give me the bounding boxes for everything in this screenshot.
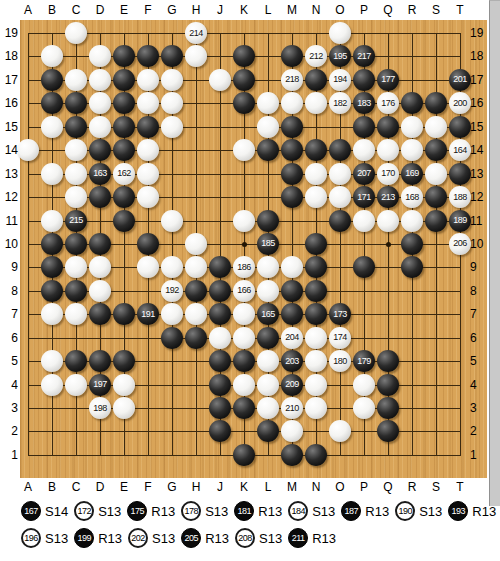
stone-white-B4 [41, 374, 63, 396]
coord-bottom-N-label: N [312, 480, 321, 494]
stone-black-M13 [281, 163, 303, 185]
stone-black-S12 [425, 186, 447, 208]
move-point-label: S13 [98, 504, 121, 519]
move-number-circle-193: 193 [448, 501, 468, 521]
coord-bottom-H-label: H [192, 480, 201, 494]
stone-white-H19: 214 [185, 22, 207, 44]
caption-move-211: 211R13 [288, 528, 336, 548]
coord-right-12-label: 12 [470, 190, 483, 204]
stone-black-R13: 169 [401, 163, 423, 185]
coord-right-15: 15 [470, 121, 486, 134]
coord-bottom-B: B [44, 481, 60, 494]
stone-black-N8 [305, 280, 327, 302]
caption-move-199: 199R13 [74, 528, 122, 548]
coord-right-9: 9 [470, 261, 486, 274]
coord-top-R: R [404, 4, 420, 17]
stone-black-M4: 209 [281, 374, 303, 396]
coord-left-11-label: 11 [6, 214, 18, 228]
coord-top-T: T [452, 4, 468, 17]
move-point-label: R13 [151, 504, 175, 519]
coord-bottom-O: O [332, 481, 348, 494]
coord-left-1-label: 1 [11, 448, 18, 462]
stone-black-C15 [65, 116, 87, 138]
coord-top-M-label: M [287, 3, 297, 17]
coord-top-M: M [284, 4, 300, 17]
stone-white-O5-label: 180 [333, 357, 347, 366]
coord-bottom-N: N [308, 481, 324, 494]
coord-top-B-label: B [48, 3, 56, 17]
stone-white-C17 [65, 69, 87, 91]
coord-top-A: A [20, 4, 36, 17]
stone-black-Q3 [377, 397, 399, 419]
stone-black-H8 [185, 280, 207, 302]
stone-black-D13: 163 [89, 163, 111, 185]
coord-bottom-S-label: S [432, 480, 440, 494]
coord-top-T-label: T [456, 3, 463, 17]
stone-black-D5 [89, 350, 111, 372]
move-number-circle-196: 196 [21, 528, 41, 548]
stone-white-D3-label: 198 [93, 404, 107, 413]
stone-white-C4 [65, 374, 87, 396]
coord-left-5: 5 [2, 355, 18, 368]
coord-right-8: 8 [470, 285, 486, 298]
coord-left-14-label: 14 [5, 143, 18, 157]
coord-top-F: F [140, 4, 156, 17]
stone-black-S11 [425, 210, 447, 232]
move-number-circle-187: 187 [341, 501, 361, 521]
coord-bottom-K: K [236, 481, 252, 494]
coord-left-4-label: 4 [11, 378, 18, 392]
stone-white-N13 [305, 163, 327, 185]
coord-left-18: 18 [2, 50, 18, 63]
coord-right-17-label: 17 [470, 73, 483, 87]
caption-move-196: 196S13 [21, 528, 68, 548]
stone-white-G8-label: 192 [165, 286, 179, 295]
coord-bottom-T-label: T [456, 480, 463, 494]
coord-bottom-L-label: L [265, 480, 272, 494]
coord-top-K: K [236, 4, 252, 17]
stone-black-L6 [257, 327, 279, 349]
caption-move-175: 175R13 [127, 501, 175, 521]
move-number-circle-211: 211 [288, 528, 308, 548]
stone-black-P17 [353, 69, 375, 91]
stone-black-F10 [137, 233, 159, 255]
coord-top-C-label: C [72, 3, 81, 17]
stone-white-D15 [89, 116, 111, 138]
stone-black-D4-label: 197 [93, 380, 107, 389]
stone-black-K17 [233, 69, 255, 91]
coord-bottom-A-label: A [24, 480, 32, 494]
coord-bottom-J-label: J [217, 480, 223, 494]
coord-top-P: P [356, 4, 372, 17]
stone-black-L10-label: 185 [261, 239, 275, 248]
coord-right-5-label: 5 [470, 354, 477, 368]
stone-white-L3 [257, 397, 279, 419]
coord-bottom-Q: Q [380, 481, 396, 494]
move-point-label: R13 [472, 504, 496, 519]
coord-right-19: 19 [470, 27, 486, 40]
move-number-circle-208: 208 [235, 528, 255, 548]
coord-bottom-A: A [20, 481, 36, 494]
stone-white-O6: 174 [329, 327, 351, 349]
stone-white-K9-label: 186 [237, 263, 251, 272]
stone-white-P3 [353, 397, 375, 419]
coord-right-11: 11 [470, 215, 486, 228]
stone-white-M17: 218 [281, 69, 303, 91]
stone-white-T14-label: 164 [453, 146, 467, 155]
stone-white-H10 [185, 233, 207, 255]
stone-white-F13 [137, 163, 159, 185]
caption-move-190: 190S13 [395, 501, 442, 521]
caption-move-208: 208S13 [235, 528, 282, 548]
coord-left-13-label: 13 [5, 167, 18, 181]
coord-left-8-label: 8 [11, 284, 18, 298]
stone-black-T11-label: 189 [453, 216, 467, 225]
stone-white-K4 [233, 374, 255, 396]
stone-white-M6-label: 204 [285, 333, 299, 342]
coord-top-G: G [164, 4, 180, 17]
caption-move-193: 193R13 [448, 501, 496, 521]
stone-black-Q12-label: 213 [381, 193, 395, 202]
stone-black-B17 [41, 69, 63, 91]
coord-left-2: 2 [2, 425, 18, 438]
coord-bottom-D-label: D [96, 480, 105, 494]
stone-white-K8: 166 [233, 280, 255, 302]
stone-black-Q12: 213 [377, 186, 399, 208]
stone-black-M5: 203 [281, 350, 303, 372]
coord-left-16-label: 16 [5, 96, 18, 110]
stone-white-L5 [257, 350, 279, 372]
coord-bottom-T: T [452, 481, 468, 494]
stone-white-Q13: 170 [377, 163, 399, 185]
stone-white-B15 [41, 116, 63, 138]
coord-bottom-F: F [140, 481, 156, 494]
stone-white-C12 [65, 186, 87, 208]
stone-white-Q11 [377, 210, 399, 232]
coord-top-G-label: G [167, 3, 176, 17]
coord-right-6-label: 6 [470, 331, 477, 345]
coord-bottom-Q-label: Q [383, 480, 392, 494]
stone-white-O6-label: 174 [333, 333, 347, 342]
star-point-Q10 [386, 242, 391, 247]
vertical-scrollbar[interactable] [489, 0, 500, 506]
stone-black-M4-label: 209 [285, 380, 299, 389]
coord-top-O-label: O [335, 3, 344, 17]
stone-white-N6 [305, 327, 327, 349]
stone-white-N12 [305, 186, 327, 208]
move-point-label: S13 [152, 531, 175, 546]
coord-right-7-label: 7 [470, 307, 477, 321]
coord-top-N: N [308, 4, 324, 17]
coord-left-9-label: 9 [11, 260, 18, 274]
stone-black-M5-label: 203 [285, 357, 299, 366]
coord-left-12-label: 12 [5, 190, 18, 204]
move-point-label: R13 [365, 504, 389, 519]
stone-black-O7-label: 173 [333, 310, 347, 319]
stone-black-J3 [209, 397, 231, 419]
stone-white-O12 [329, 186, 351, 208]
coord-bottom-M: M [284, 481, 300, 494]
coord-left-15-label: 15 [5, 120, 18, 134]
stone-black-T11: 189 [449, 210, 471, 232]
coord-right-5: 5 [470, 355, 486, 368]
stone-white-M3: 210 [281, 397, 303, 419]
stone-black-P13: 207 [353, 163, 375, 185]
coord-top-Q-label: Q [383, 3, 392, 17]
stone-black-K5 [233, 350, 255, 372]
coord-top-E-label: E [120, 3, 128, 17]
stone-black-E5 [113, 350, 135, 372]
coord-bottom-J: J [212, 481, 228, 494]
coord-left-17-label: 17 [5, 73, 18, 87]
stone-white-R15 [401, 116, 423, 138]
stone-black-K3 [233, 397, 255, 419]
stone-white-D3: 198 [89, 397, 111, 419]
stone-white-O13 [329, 163, 351, 185]
coord-right-13: 13 [470, 168, 486, 181]
stone-black-D10 [89, 233, 111, 255]
stone-black-T13 [449, 163, 471, 185]
coord-left-9: 9 [2, 261, 18, 274]
move-point-label: R13 [312, 531, 336, 546]
coord-top-Q: Q [380, 4, 396, 17]
coord-right-1-label: 1 [470, 448, 477, 462]
caption-move-187: 187R13 [341, 501, 389, 521]
stone-black-B8 [41, 280, 63, 302]
stone-white-Q13-label: 170 [381, 169, 395, 178]
coord-left-19: 19 [2, 27, 18, 40]
coord-right-2: 2 [470, 425, 486, 438]
coord-right-15-label: 15 [470, 120, 483, 134]
stone-white-M3-label: 210 [285, 404, 299, 413]
coord-right-16: 16 [470, 97, 486, 110]
move-number-circle-190: 190 [395, 501, 415, 521]
stone-black-R10 [401, 233, 423, 255]
coord-top-F-label: F [144, 3, 151, 17]
stone-black-D13-label: 163 [93, 169, 107, 178]
stone-black-P12-label: 171 [357, 193, 371, 202]
coord-right-14: 14 [470, 144, 486, 157]
stone-black-T17: 201 [449, 69, 471, 91]
stone-white-T12: 188 [449, 186, 471, 208]
coord-right-16-label: 16 [470, 96, 483, 110]
stone-white-G11 [161, 210, 183, 232]
caption-move-202: 202S13 [128, 528, 175, 548]
coord-left-4: 4 [2, 379, 18, 392]
coord-right-3-label: 3 [470, 401, 477, 415]
coord-left-3-label: 3 [11, 401, 18, 415]
stone-black-Q17: 177 [377, 69, 399, 91]
coord-right-3: 3 [470, 402, 486, 415]
stone-white-S13 [425, 163, 447, 185]
stone-black-Q4 [377, 374, 399, 396]
coord-right-6: 6 [470, 332, 486, 345]
caption-move-205: 205R13 [181, 528, 229, 548]
coord-top-K-label: K [240, 3, 248, 17]
coord-right-9-label: 9 [470, 260, 477, 274]
move-number-circle-199: 199 [74, 528, 94, 548]
coord-left-17: 17 [2, 74, 18, 87]
move-point-label: S13 [259, 531, 282, 546]
stone-white-Q16-label: 176 [381, 99, 395, 108]
stone-white-N3 [305, 397, 327, 419]
move-point-label: R13 [205, 531, 229, 546]
coord-bottom-K-label: K [240, 480, 248, 494]
stone-white-J6 [209, 327, 231, 349]
stone-white-K11 [233, 210, 255, 232]
coord-left-3: 3 [2, 402, 18, 415]
coord-bottom-L: L [260, 481, 276, 494]
stone-white-E13: 162 [113, 163, 135, 185]
coord-bottom-O-label: O [335, 480, 344, 494]
stone-white-M17-label: 218 [285, 75, 299, 84]
stone-white-N4 [305, 374, 327, 396]
coord-right-14-label: 14 [470, 143, 483, 157]
coord-top-L: L [260, 4, 276, 17]
move-number-circle-202: 202 [128, 528, 148, 548]
coord-top-D-label: D [96, 3, 105, 17]
coord-bottom-F-label: F [144, 480, 151, 494]
stone-black-P16-label: 183 [357, 99, 371, 108]
coord-right-13-label: 13 [470, 167, 483, 181]
stone-black-P5: 179 [353, 350, 375, 372]
coord-top-C: C [68, 4, 84, 17]
caption-line-2: 196S13199R13202S13205R13208S13211R13 [21, 528, 336, 548]
move-number-circle-205: 205 [181, 528, 201, 548]
stone-white-H19-label: 214 [189, 29, 203, 38]
stone-black-E12 [113, 186, 135, 208]
caption-move-167: 167S14 [21, 501, 68, 521]
coord-right-10-label: 10 [470, 237, 483, 251]
stone-white-E13-label: 162 [117, 169, 131, 178]
caption-move-181: 181R13 [234, 501, 282, 521]
stone-black-C8 [65, 280, 87, 302]
stone-black-D4: 197 [89, 374, 111, 396]
coord-top-L-label: L [265, 3, 272, 17]
coord-left-6: 6 [2, 332, 18, 345]
star-point-K10 [242, 242, 247, 247]
stone-white-C13 [65, 163, 87, 185]
coord-right-8-label: 8 [470, 284, 477, 298]
coord-left-18-label: 18 [5, 49, 18, 63]
stone-white-D8 [89, 280, 111, 302]
coord-top-D: D [92, 4, 108, 17]
coord-left-7: 7 [2, 308, 18, 321]
coord-top-P-label: P [360, 3, 368, 17]
move-point-label: S13 [312, 504, 335, 519]
stone-black-L11 [257, 210, 279, 232]
stone-black-C11-label: 215 [69, 216, 83, 225]
move-number-circle-175: 175 [127, 501, 147, 521]
coord-bottom-P: P [356, 481, 372, 494]
coord-top-E: E [116, 4, 132, 17]
coord-top-N-label: N [312, 3, 321, 17]
coord-right-19-label: 19 [470, 26, 483, 40]
coord-bottom-R-label: R [408, 480, 417, 494]
coord-bottom-C: C [68, 481, 84, 494]
coord-left-19-label: 19 [5, 26, 18, 40]
stone-black-M1 [281, 444, 303, 466]
stone-black-L7-label: 165 [261, 310, 275, 319]
coord-right-18-label: 18 [470, 49, 483, 63]
coord-right-18: 18 [470, 50, 486, 63]
stone-white-G17 [161, 69, 183, 91]
coord-top-J: J [212, 4, 228, 17]
coord-right-2-label: 2 [470, 424, 477, 438]
stone-white-T16-label: 200 [453, 99, 467, 108]
coord-bottom-S: S [428, 481, 444, 494]
stone-white-K8-label: 166 [237, 286, 251, 295]
coord-left-12: 12 [2, 191, 18, 204]
stone-white-N5 [305, 350, 327, 372]
stone-white-D17 [89, 69, 111, 91]
coord-left-13: 13 [2, 168, 18, 181]
coord-right-12: 12 [470, 191, 486, 204]
coord-left-14: 14 [2, 144, 18, 157]
move-number-circle-181: 181 [234, 501, 254, 521]
coord-left-11: 11 [2, 215, 18, 228]
stone-white-O5: 180 [329, 350, 351, 372]
coord-top-S-label: S [432, 3, 440, 17]
stone-white-K6 [233, 327, 255, 349]
stone-black-P15 [353, 116, 375, 138]
coord-right-7: 7 [470, 308, 486, 321]
coord-left-8: 8 [2, 285, 18, 298]
stone-white-G8: 192 [161, 280, 183, 302]
stone-black-O11 [329, 210, 351, 232]
coord-top-A-label: A [24, 3, 32, 17]
stone-white-G15 [161, 116, 183, 138]
move-number-circle-167: 167 [21, 501, 41, 521]
stone-black-Q15 [377, 116, 399, 138]
move-point-label: S13 [45, 531, 68, 546]
move-number-circle-178: 178 [181, 501, 201, 521]
stone-white-C19 [65, 22, 87, 44]
stone-white-S15 [425, 116, 447, 138]
caption-move-172: 172S13 [74, 501, 121, 521]
stone-black-O18-label: 195 [333, 52, 347, 61]
stone-black-E15 [113, 116, 135, 138]
stone-white-O19 [329, 22, 351, 44]
coord-bottom-E: E [116, 481, 132, 494]
coord-bottom-R: R [404, 481, 420, 494]
stone-white-O17-label: 194 [333, 75, 347, 84]
stone-white-R12: 168 [401, 186, 423, 208]
coord-top-O: O [332, 4, 348, 17]
stone-white-T10-label: 206 [453, 239, 467, 248]
coord-bottom-B-label: B [48, 480, 56, 494]
move-point-label: R13 [258, 504, 282, 519]
stone-white-P11 [353, 210, 375, 232]
coord-left-2-label: 2 [11, 424, 18, 438]
go-app-window: 2142121952172181941772011821831762001641… [0, 0, 500, 561]
stone-black-Q17-label: 177 [381, 75, 395, 84]
coord-bottom-G-label: G [167, 480, 176, 494]
stone-white-F17 [137, 69, 159, 91]
stone-black-F7-label: 191 [141, 310, 155, 319]
coord-right-4: 4 [470, 379, 486, 392]
stone-black-C10 [65, 233, 87, 255]
stone-white-B11 [41, 210, 63, 232]
stone-black-J4 [209, 374, 231, 396]
stone-black-P5-label: 179 [357, 357, 371, 366]
coord-bottom-M-label: M [287, 480, 297, 494]
stone-black-P18-label: 217 [357, 52, 371, 61]
caption-move-184: 184S13 [288, 501, 335, 521]
stone-white-B13 [41, 163, 63, 185]
coord-left-6-label: 6 [11, 331, 18, 345]
stone-black-T15 [449, 116, 471, 138]
